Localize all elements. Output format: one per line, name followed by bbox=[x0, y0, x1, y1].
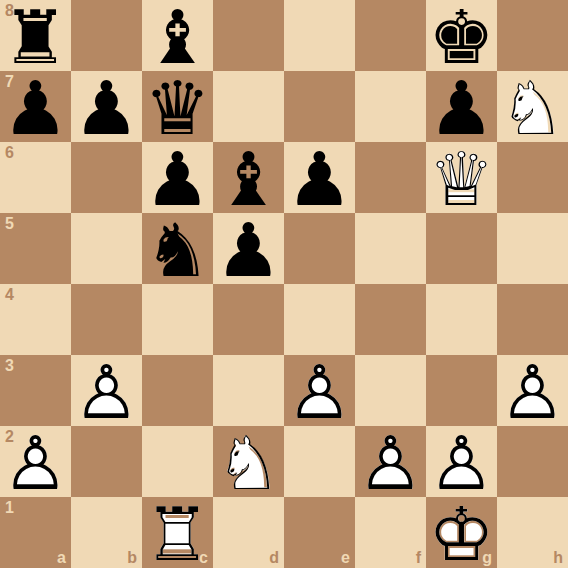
file-label-e: e bbox=[341, 550, 350, 566]
piece-white-knight[interactable]: ♞♘ bbox=[497, 71, 568, 142]
square-b4[interactable] bbox=[71, 284, 142, 355]
square-b5[interactable] bbox=[71, 213, 142, 284]
square-c4[interactable] bbox=[142, 284, 213, 355]
black-rook-glyph: ♜ bbox=[2, 0, 68, 74]
square-g1[interactable]: g♚♔ bbox=[426, 497, 497, 568]
square-d4[interactable] bbox=[213, 284, 284, 355]
piece-black-pawn[interactable]: ♟ bbox=[71, 71, 142, 142]
square-f1[interactable]: f bbox=[355, 497, 426, 568]
square-g3[interactable] bbox=[426, 355, 497, 426]
file-label-h: h bbox=[553, 550, 563, 566]
black-knight-glyph: ♞ bbox=[144, 213, 210, 287]
square-a5[interactable]: 5 bbox=[0, 213, 71, 284]
square-h7[interactable]: ♞♘ bbox=[497, 71, 568, 142]
square-f2[interactable]: ♟♙ bbox=[355, 426, 426, 497]
square-g8[interactable]: ♚ bbox=[426, 0, 497, 71]
piece-white-pawn[interactable]: ♟♙ bbox=[497, 355, 568, 426]
square-c3[interactable] bbox=[142, 355, 213, 426]
square-c5[interactable]: ♞ bbox=[142, 213, 213, 284]
white-pawn-outline-glyph: ♙ bbox=[2, 426, 68, 500]
square-b3[interactable]: ♟♙ bbox=[71, 355, 142, 426]
square-a7[interactable]: 7♟ bbox=[0, 71, 71, 142]
square-a8[interactable]: 8♜ bbox=[0, 0, 71, 71]
piece-black-bishop[interactable]: ♝ bbox=[142, 0, 213, 71]
white-pawn-outline-glyph: ♙ bbox=[499, 355, 565, 429]
square-c7[interactable]: ♛ bbox=[142, 71, 213, 142]
square-b1[interactable]: b bbox=[71, 497, 142, 568]
square-d3[interactable] bbox=[213, 355, 284, 426]
square-d6[interactable]: ♝ bbox=[213, 142, 284, 213]
square-f7[interactable] bbox=[355, 71, 426, 142]
square-e1[interactable]: e bbox=[284, 497, 355, 568]
square-e7[interactable] bbox=[284, 71, 355, 142]
square-e5[interactable] bbox=[284, 213, 355, 284]
white-pawn-outline-glyph: ♙ bbox=[357, 426, 423, 500]
square-e2[interactable] bbox=[284, 426, 355, 497]
white-pawn-outline-glyph: ♙ bbox=[286, 355, 352, 429]
piece-black-bishop[interactable]: ♝ bbox=[213, 142, 284, 213]
piece-black-pawn[interactable]: ♟ bbox=[0, 71, 71, 142]
piece-black-pawn[interactable]: ♟ bbox=[426, 71, 497, 142]
black-king-glyph: ♚ bbox=[428, 0, 494, 74]
square-f3[interactable] bbox=[355, 355, 426, 426]
square-c2[interactable] bbox=[142, 426, 213, 497]
square-c8[interactable]: ♝ bbox=[142, 0, 213, 71]
square-h1[interactable]: h bbox=[497, 497, 568, 568]
square-d7[interactable] bbox=[213, 71, 284, 142]
black-pawn-glyph: ♟ bbox=[2, 71, 68, 145]
white-knight-outline-glyph: ♘ bbox=[499, 71, 565, 145]
square-g6[interactable]: ♛♕ bbox=[426, 142, 497, 213]
black-pawn-glyph: ♟ bbox=[428, 71, 494, 145]
square-d2[interactable]: ♞♘ bbox=[213, 426, 284, 497]
chess-board: 8♜♝♚7♟♟♛♟♞♘6♟♝♟♛♕5♞♟43♟♙♟♙♟♙2♟♙♞♘♟♙♟♙1ab… bbox=[0, 0, 568, 568]
square-d1[interactable]: d bbox=[213, 497, 284, 568]
square-b7[interactable]: ♟ bbox=[71, 71, 142, 142]
square-a3[interactable]: 3 bbox=[0, 355, 71, 426]
piece-white-pawn[interactable]: ♟♙ bbox=[426, 426, 497, 497]
square-h4[interactable] bbox=[497, 284, 568, 355]
square-g5[interactable] bbox=[426, 213, 497, 284]
square-a4[interactable]: 4 bbox=[0, 284, 71, 355]
square-b6[interactable] bbox=[71, 142, 142, 213]
piece-white-rook[interactable]: ♜♖ bbox=[142, 497, 213, 568]
square-h2[interactable] bbox=[497, 426, 568, 497]
square-g7[interactable]: ♟ bbox=[426, 71, 497, 142]
piece-black-king[interactable]: ♚ bbox=[426, 0, 497, 71]
square-e8[interactable] bbox=[284, 0, 355, 71]
rank-label-6: 6 bbox=[5, 145, 14, 161]
rank-label-4: 4 bbox=[5, 287, 14, 303]
rank-label-3: 3 bbox=[5, 358, 14, 374]
square-a1[interactable]: 1a bbox=[0, 497, 71, 568]
white-king-outline-glyph: ♔ bbox=[428, 497, 494, 568]
piece-black-pawn[interactable]: ♟ bbox=[284, 142, 355, 213]
square-c6[interactable]: ♟ bbox=[142, 142, 213, 213]
square-e6[interactable]: ♟ bbox=[284, 142, 355, 213]
square-f6[interactable] bbox=[355, 142, 426, 213]
piece-black-rook[interactable]: ♜ bbox=[0, 0, 71, 71]
black-pawn-glyph: ♟ bbox=[286, 142, 352, 216]
rank-label-1: 1 bbox=[5, 500, 14, 516]
square-h3[interactable]: ♟♙ bbox=[497, 355, 568, 426]
square-h8[interactable] bbox=[497, 0, 568, 71]
square-b8[interactable] bbox=[71, 0, 142, 71]
piece-black-pawn[interactable]: ♟ bbox=[142, 142, 213, 213]
piece-black-pawn[interactable]: ♟ bbox=[213, 213, 284, 284]
black-queen-glyph: ♛ bbox=[144, 71, 210, 145]
white-queen-outline-glyph: ♕ bbox=[428, 142, 494, 216]
piece-black-knight[interactable]: ♞ bbox=[142, 213, 213, 284]
file-label-f: f bbox=[416, 550, 421, 566]
square-d5[interactable]: ♟ bbox=[213, 213, 284, 284]
white-rook-outline-glyph: ♖ bbox=[144, 497, 210, 568]
piece-white-king[interactable]: ♚♔ bbox=[426, 497, 497, 568]
piece-white-pawn[interactable]: ♟♙ bbox=[0, 426, 71, 497]
white-pawn-outline-glyph: ♙ bbox=[428, 426, 494, 500]
piece-white-queen[interactable]: ♛♕ bbox=[426, 142, 497, 213]
piece-white-pawn[interactable]: ♟♙ bbox=[284, 355, 355, 426]
white-knight-outline-glyph: ♘ bbox=[215, 426, 281, 500]
square-f5[interactable] bbox=[355, 213, 426, 284]
square-h5[interactable] bbox=[497, 213, 568, 284]
square-h6[interactable] bbox=[497, 142, 568, 213]
piece-white-knight[interactable]: ♞♘ bbox=[213, 426, 284, 497]
file-label-a: a bbox=[57, 550, 66, 566]
black-pawn-glyph: ♟ bbox=[215, 213, 281, 287]
white-pawn-outline-glyph: ♙ bbox=[73, 355, 139, 429]
black-pawn-glyph: ♟ bbox=[73, 71, 139, 145]
square-e3[interactable]: ♟♙ bbox=[284, 355, 355, 426]
file-label-d: d bbox=[269, 550, 279, 566]
piece-white-pawn[interactable]: ♟♙ bbox=[71, 355, 142, 426]
file-label-b: b bbox=[127, 550, 137, 566]
square-d8[interactable] bbox=[213, 0, 284, 71]
piece-black-queen[interactable]: ♛ bbox=[142, 71, 213, 142]
black-pawn-glyph: ♟ bbox=[144, 142, 210, 216]
square-a6[interactable]: 6 bbox=[0, 142, 71, 213]
square-f4[interactable] bbox=[355, 284, 426, 355]
piece-white-pawn[interactable]: ♟♙ bbox=[355, 426, 426, 497]
square-a2[interactable]: 2♟♙ bbox=[0, 426, 71, 497]
square-e4[interactable] bbox=[284, 284, 355, 355]
rank-label-5: 5 bbox=[5, 216, 14, 232]
square-g4[interactable] bbox=[426, 284, 497, 355]
square-g2[interactable]: ♟♙ bbox=[426, 426, 497, 497]
square-f8[interactable] bbox=[355, 0, 426, 71]
square-b2[interactable] bbox=[71, 426, 142, 497]
black-bishop-glyph: ♝ bbox=[144, 0, 210, 74]
black-bishop-glyph: ♝ bbox=[215, 142, 281, 216]
square-c1[interactable]: c♜♖ bbox=[142, 497, 213, 568]
